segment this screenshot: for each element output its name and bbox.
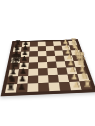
square <box>29 57 38 63</box>
piece-black-rook: ♜ <box>5 83 16 93</box>
square: ♜ <box>5 84 17 93</box>
piece-white-rook: ♜ <box>82 80 93 90</box>
piece-black-pawn: ♟ <box>16 84 27 93</box>
square <box>38 83 49 92</box>
chessboard: ♜♟♟♜♞♟♟♞♝♟♟♝♚♟♟♚♛♟♟♛♝♟♟♝♞♟♟♞♜♟♟♜ <box>1 39 95 96</box>
square <box>38 75 48 83</box>
piece-black-pawn: ♟ <box>20 56 29 63</box>
square <box>27 83 38 92</box>
square: ♜ <box>79 81 92 90</box>
square <box>59 82 71 91</box>
piece-black-pawn: ♟ <box>17 76 28 84</box>
product-photo-scene: ♜♟♟♜♞♟♟♞♝♟♟♝♚♟♟♚♛♟♟♛♝♟♟♝♞♟♟♞♜♟♟♜ <box>0 0 95 126</box>
square: ♟ <box>19 63 29 70</box>
square: ♟ <box>16 84 28 93</box>
piece-white-king: ♚ <box>74 48 83 61</box>
piece-white-knight: ♞ <box>79 71 89 81</box>
